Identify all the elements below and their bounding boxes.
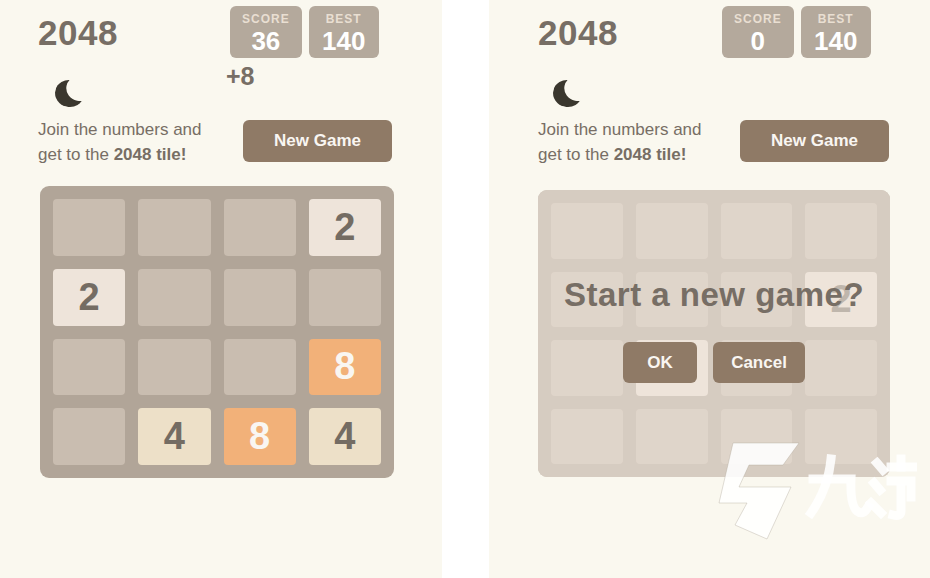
board-right[interactable]: 2 2 Start a new game? OK Cancel (538, 190, 890, 477)
score-value: 36 (251, 27, 280, 55)
best-box: BEST 140 (801, 6, 871, 58)
cell-r1c2 (224, 269, 296, 326)
dialog-buttons: OK Cancel (538, 342, 890, 383)
new-game-button[interactable]: New Game (740, 120, 889, 162)
ok-button[interactable]: OK (623, 342, 697, 383)
cell-r1c3 (309, 269, 381, 326)
score-container: SCORE 0 BEST 140 (722, 6, 871, 58)
intro-text: Join the numbers and get to the 2048 til… (38, 117, 202, 167)
cell-r2c2 (224, 339, 296, 396)
cell-r3c0 (53, 408, 125, 465)
intro-text: Join the numbers and get to the 2048 til… (538, 117, 702, 167)
score-value: 0 (751, 27, 765, 55)
cell-r0c1 (138, 199, 210, 256)
cell-r3c3: 4 (309, 408, 381, 465)
cell-r0c3: 2 (309, 199, 381, 256)
best-value: 140 (322, 27, 365, 55)
cell-r0c0 (53, 199, 125, 256)
cell-r0c2 (224, 199, 296, 256)
board-left[interactable]: 2 2 8 4 8 4 (40, 186, 394, 478)
dialog-message: Start a new game? (538, 276, 890, 314)
score-container: SCORE 36 BEST 140 (230, 6, 379, 58)
cell-r2c3: 8 (309, 339, 381, 396)
cell-r1c1 (138, 269, 210, 326)
best-label: BEST (818, 12, 854, 27)
best-box: BEST 140 (309, 6, 379, 58)
score-box: SCORE 36 (230, 6, 302, 58)
cell-r2c0 (53, 339, 125, 396)
cell-r1c0: 2 (53, 269, 125, 326)
score-label: SCORE (242, 12, 290, 27)
moon-icon[interactable] (551, 77, 585, 109)
best-value: 140 (814, 27, 857, 55)
page-title: 2048 (38, 13, 118, 53)
game-panel-right: 2048 SCORE 0 BEST 140 Join the numbers a… (489, 0, 930, 578)
cell-r3c2: 8 (224, 408, 296, 465)
dialog-overlay (538, 190, 890, 477)
score-box: SCORE 0 (722, 6, 794, 58)
cancel-button[interactable]: Cancel (713, 342, 805, 383)
moon-icon[interactable] (53, 77, 87, 109)
cell-r3c1: 4 (138, 408, 210, 465)
game-panel-left: 2048 SCORE 36 BEST 140 +8 Join the numbe… (0, 0, 442, 578)
cell-r2c1 (138, 339, 210, 396)
new-game-button[interactable]: New Game (243, 120, 392, 162)
best-label: BEST (326, 12, 362, 27)
page-title: 2048 (538, 13, 618, 53)
score-label: SCORE (734, 12, 782, 27)
score-delta: +8 (226, 62, 255, 91)
